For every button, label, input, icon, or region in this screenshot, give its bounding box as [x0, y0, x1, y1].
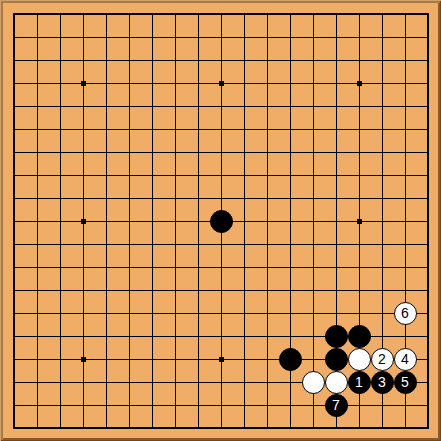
- stone-white-S4: 4: [394, 348, 417, 371]
- stone-black-P5: [325, 325, 348, 348]
- stone-white-O3: [302, 371, 325, 394]
- stone-black-P4: [325, 348, 348, 371]
- stone-white-Q4: [348, 348, 371, 371]
- stone-white-R4: 2: [371, 348, 394, 371]
- stone-white-S6: 6: [394, 302, 417, 325]
- stone-black-Q5: [348, 325, 371, 348]
- stone-layer: 1234567: [3, 3, 440, 440]
- go-board: 1234567: [0, 0, 441, 441]
- stone-black-P2: 7: [325, 394, 348, 417]
- stone-white-P3: [325, 371, 348, 394]
- stone-black-S3: 5: [394, 371, 417, 394]
- stone-black-N4: [279, 348, 302, 371]
- stone-black-K10: [210, 210, 233, 233]
- stone-black-Q3: 1: [348, 371, 371, 394]
- stone-black-R3: 3: [371, 371, 394, 394]
